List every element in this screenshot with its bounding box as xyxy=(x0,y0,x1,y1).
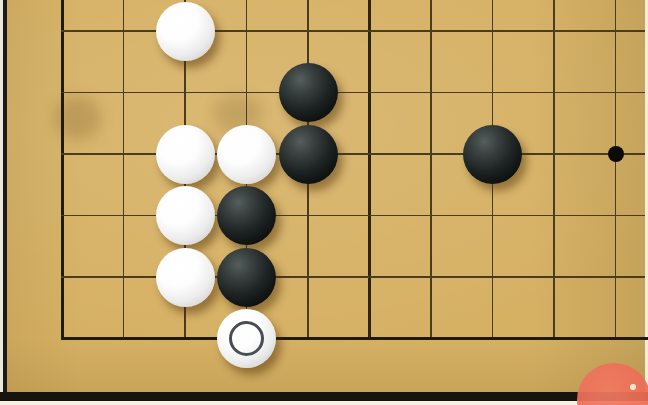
stone-black-e4 xyxy=(279,125,338,184)
video-bottom-letterbox xyxy=(0,392,648,401)
stone-white-c2 xyxy=(156,248,215,307)
stone-white-c4 xyxy=(156,125,215,184)
stone-black-e5 xyxy=(279,63,338,122)
stone-black-h4 xyxy=(463,125,522,184)
stone-white-c6 xyxy=(156,2,215,61)
stone-white-d1 xyxy=(217,309,276,368)
video-frame xyxy=(0,0,648,405)
page-bottom-strip xyxy=(0,401,648,405)
last-move-marker xyxy=(229,321,264,356)
floating-button-dot xyxy=(630,384,636,390)
goban-stones xyxy=(31,0,646,369)
goban xyxy=(7,0,645,392)
stone-black-d2 xyxy=(217,248,276,307)
stone-white-d4 xyxy=(217,125,276,184)
stone-white-c3 xyxy=(156,186,215,245)
stone-black-d3 xyxy=(217,186,276,245)
